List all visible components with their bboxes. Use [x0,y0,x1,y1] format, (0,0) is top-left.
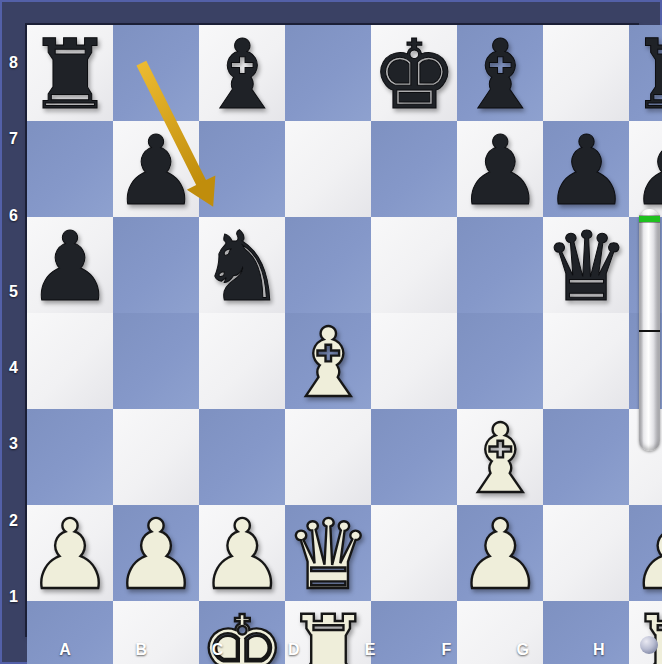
square-f8[interactable]: ♝ [457,25,543,121]
square-a7[interactable] [27,121,113,217]
square-c4[interactable] [199,313,285,409]
square-g8[interactable] [543,25,629,121]
square-b8[interactable] [113,25,199,121]
piece-white-pawn[interactable]: ♟ [199,507,285,603]
file-label-d: D [256,635,332,664]
piece-white-pawn[interactable]: ♟ [113,507,199,603]
piece-black-rook[interactable]: ♜ [27,27,113,123]
rank-label-1: 1 [0,559,27,635]
square-f2[interactable]: ♟ [457,505,543,601]
square-a2[interactable]: ♟ [27,505,113,601]
file-label-e: E [332,635,408,664]
square-e6[interactable] [371,217,457,313]
square-h7[interactable]: ♟ [629,121,662,217]
rank-label-2: 2 [0,483,27,559]
piece-black-pawn[interactable]: ♟ [113,123,199,219]
square-g6[interactable]: ♛ [543,217,629,313]
rank-label-6: 6 [0,178,27,254]
rank-label-8: 8 [0,25,27,101]
piece-black-king[interactable]: ♚ [371,27,457,123]
square-a3[interactable] [27,409,113,505]
rank-label-7: 7 [0,101,27,177]
chess-board[interactable]: ♜♝♚♝♜♟♟♟♟♟♞♛♝♝♟♟♟♛♟♟♚♜♜ [27,25,637,635]
piece-white-pawn[interactable]: ♟ [629,507,662,603]
square-d7[interactable] [285,121,371,217]
piece-black-bishop[interactable]: ♝ [457,27,543,123]
square-h8[interactable]: ♜ [629,25,662,121]
square-g2[interactable] [543,505,629,601]
square-d3[interactable] [285,409,371,505]
piece-white-bishop[interactable]: ♝ [457,411,543,507]
file-label-a: A [27,635,103,664]
square-d4[interactable]: ♝ [285,313,371,409]
file-label-g: G [485,635,561,664]
square-b3[interactable] [113,409,199,505]
square-e4[interactable] [371,313,457,409]
square-e8[interactable]: ♚ [371,25,457,121]
square-e2[interactable] [371,505,457,601]
square-e3[interactable] [371,409,457,505]
square-h2[interactable]: ♟ [629,505,662,601]
slider-green-band [639,216,660,222]
eval-slider[interactable] [639,209,660,451]
piece-white-queen[interactable]: ♛ [285,507,371,603]
piece-black-pawn[interactable]: ♟ [27,219,113,315]
square-f6[interactable] [457,217,543,313]
square-c3[interactable] [199,409,285,505]
square-c8[interactable]: ♝ [199,25,285,121]
piece-white-bishop[interactable]: ♝ [285,315,371,411]
piece-black-pawn[interactable]: ♟ [543,123,629,219]
rank-labels: 87654321 [0,25,27,635]
file-labels: ABCDEFGH [27,635,637,664]
square-a8[interactable]: ♜ [27,25,113,121]
square-f4[interactable] [457,313,543,409]
square-a6[interactable]: ♟ [27,217,113,313]
square-b2[interactable]: ♟ [113,505,199,601]
slider-marker-line [639,330,660,332]
square-b7[interactable]: ♟ [113,121,199,217]
square-c6[interactable]: ♞ [199,217,285,313]
piece-white-pawn[interactable]: ♟ [27,507,113,603]
file-label-f: F [408,635,484,664]
piece-black-rook[interactable]: ♜ [629,27,662,123]
rank-label-4: 4 [0,330,27,406]
file-label-c: C [180,635,256,664]
piece-black-pawn[interactable]: ♟ [457,123,543,219]
square-f7[interactable]: ♟ [457,121,543,217]
square-c2[interactable]: ♟ [199,505,285,601]
square-d6[interactable] [285,217,371,313]
piece-black-bishop[interactable]: ♝ [199,27,285,123]
piece-black-knight[interactable]: ♞ [199,219,285,315]
square-f3[interactable]: ♝ [457,409,543,505]
square-d8[interactable] [285,25,371,121]
square-d2[interactable]: ♛ [285,505,371,601]
square-g4[interactable] [543,313,629,409]
piece-black-pawn[interactable]: ♟ [629,123,662,219]
square-c7[interactable] [199,121,285,217]
square-e7[interactable] [371,121,457,217]
corner-sphere-handle [640,636,658,654]
file-label-b: B [103,635,179,664]
rank-label-3: 3 [0,406,27,482]
rank-label-5: 5 [0,254,27,330]
square-b4[interactable] [113,313,199,409]
piece-black-queen[interactable]: ♛ [543,219,629,315]
square-g3[interactable] [543,409,629,505]
square-g7[interactable]: ♟ [543,121,629,217]
piece-white-pawn[interactable]: ♟ [457,507,543,603]
square-b6[interactable] [113,217,199,313]
file-label-h: H [561,635,637,664]
square-a4[interactable] [27,313,113,409]
